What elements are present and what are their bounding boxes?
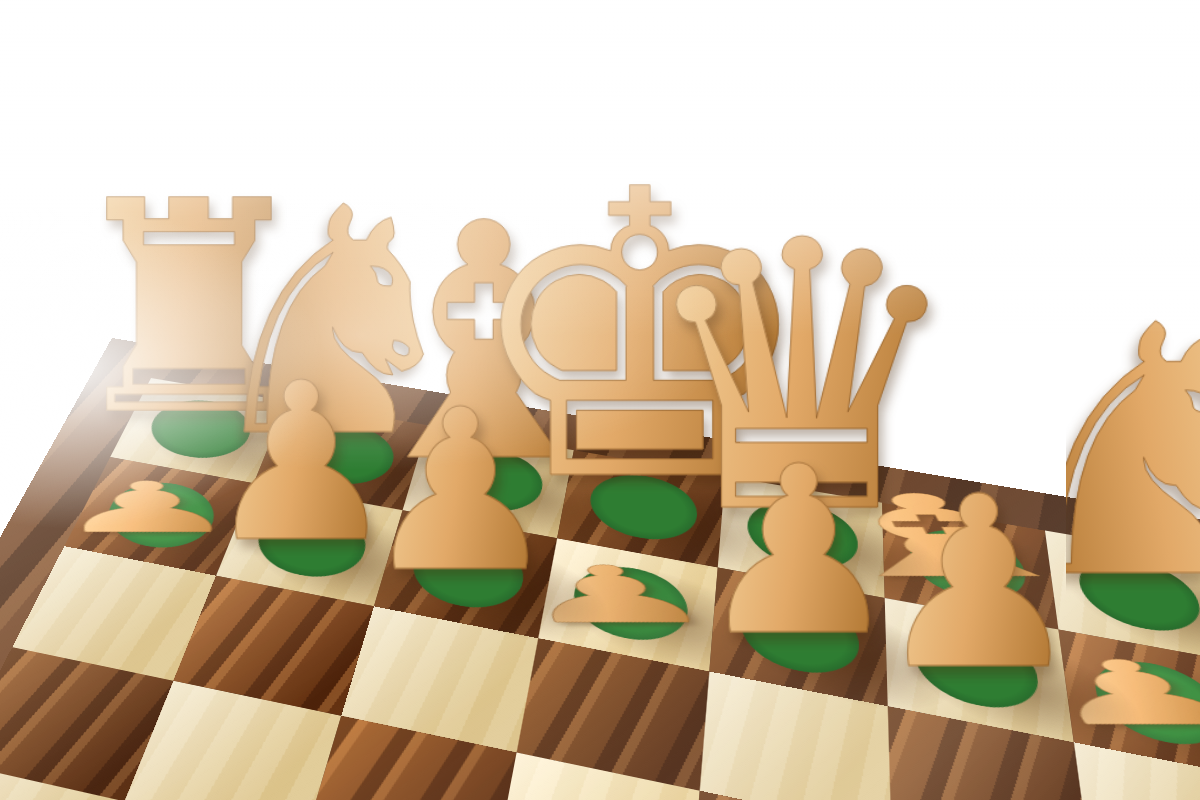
- white-pawn-f2: ♟: [360, 380, 560, 603]
- white-pawn-d2: ♟: [694, 436, 902, 668]
- white-pawn-c2: ♟: [872, 466, 1084, 703]
- chess-board-perspective-wrapper: ♜♞♝♚♛♝♞♜♟♟♟♟♟♟♟♟: [0, 338, 1200, 800]
- chess-board: ♜♞♝♚♛♝♞♜♟♟♟♟♟♟♟♟: [0, 338, 1200, 800]
- photo-stage: ♜♞♝♚♛♝♞♜♟♟♟♟♟♟♟♟: [0, 0, 1200, 800]
- white-rook-a1: ♜: [1177, 325, 1200, 659]
